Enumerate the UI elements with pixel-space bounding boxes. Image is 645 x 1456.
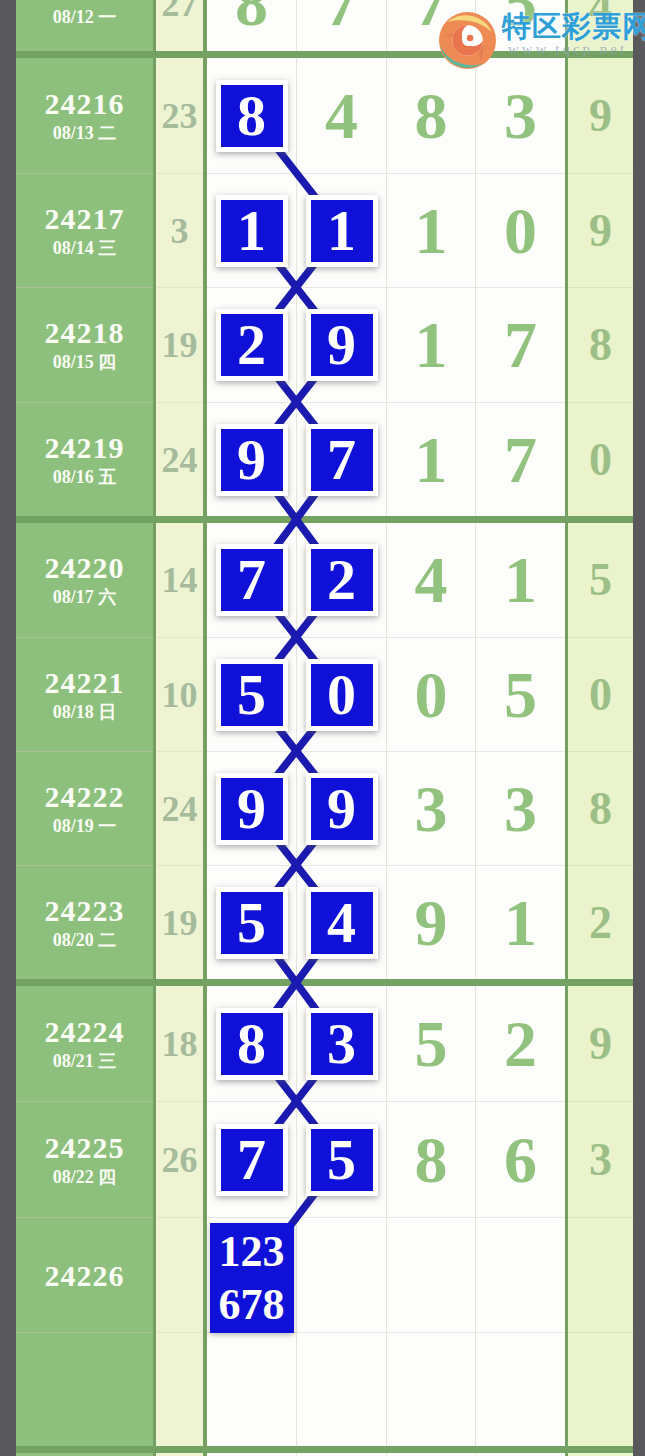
digit-cell: [386, 1332, 475, 1446]
site-logo-swirl-icon: [439, 12, 496, 69]
digit-cell: 1: [386, 173, 475, 287]
digit-value: 7: [504, 312, 537, 378]
highlight-box: 5: [216, 887, 288, 959]
trend-row: 2422408/21 三1883529: [16, 986, 633, 1101]
digit-cell: 8: [386, 1101, 475, 1217]
draw-number: 24226: [45, 1259, 125, 1293]
digit-value: 5: [415, 1011, 448, 1077]
sum-value: 24: [162, 791, 198, 827]
sum-cell: 14: [156, 523, 203, 637]
highlight-box: 9: [216, 773, 288, 845]
tail-value: 8: [589, 322, 612, 368]
trend-row: 2422008/17 六1472415: [16, 523, 633, 637]
digit-value: 3: [504, 83, 537, 149]
digit-cell: 7: [296, 0, 386, 51]
sum-cell: 27: [156, 0, 203, 51]
sum-cell: 19: [156, 865, 203, 979]
digit-cell: 5: [296, 1101, 386, 1217]
highlight-box: 9: [306, 309, 378, 381]
site-logo-title: 特区彩票网: [502, 10, 645, 42]
period-cell: 2421908/16 五: [16, 402, 153, 516]
digit-cell: 0: [296, 637, 386, 751]
digit-cell: 9: [207, 751, 296, 865]
digit-cell: 7: [475, 287, 565, 402]
sum-value: 23: [162, 98, 198, 134]
trend-row: 2421708/14 三311109: [16, 173, 633, 287]
tail-cell: 5: [568, 523, 633, 637]
sum-cell: 24: [156, 751, 203, 865]
trend-row: 2422308/20 二1954912: [16, 865, 633, 979]
digit-value: 1: [504, 890, 537, 956]
digit-value: 1: [504, 547, 537, 613]
group-divider: [16, 1446, 633, 1453]
digit-cell: [296, 1217, 386, 1333]
trend-row: 2421608/13 二2384839: [16, 58, 633, 173]
tail-cell: 0: [568, 637, 633, 751]
highlight-box: 1: [306, 195, 378, 267]
digit-cell: [475, 1332, 565, 1446]
highlight-box: 3: [306, 1008, 378, 1080]
sum-value: 18: [162, 1026, 198, 1062]
sum-cell: 18: [156, 986, 203, 1101]
digit-cell: 3: [296, 986, 386, 1101]
sum-cell: 24: [156, 402, 203, 516]
tail-cell: 8: [568, 287, 633, 402]
tail-cell: 3: [568, 1101, 633, 1217]
highlight-box: 5: [216, 659, 288, 731]
digit-cell: 2: [207, 287, 296, 402]
digit-cell: [386, 1217, 475, 1333]
trend-row: 2421808/15 四1929178: [16, 287, 633, 402]
draw-number: 24225: [45, 1131, 125, 1165]
digit-cell: 8: [207, 986, 296, 1101]
highlight-box: 0: [306, 659, 378, 731]
tail-value: 9: [589, 93, 612, 139]
site-logo-url: www.tqcp.net: [502, 41, 645, 58]
tail-value: 5: [589, 557, 612, 603]
trend-row: 2422508/22 四2675863: [16, 1101, 633, 1217]
digit-cell: 5: [475, 637, 565, 751]
highlight-box: 9: [306, 773, 378, 845]
draw-date: 08/21 三: [53, 1049, 117, 1073]
digit-value: 1: [415, 198, 448, 264]
digit-cell: 5: [386, 986, 475, 1101]
trend-row: 2422108/18 日1050050: [16, 637, 633, 751]
digit-value: 8: [415, 83, 448, 149]
sum-value: 24: [162, 442, 198, 478]
highlight-box: 7: [216, 544, 288, 616]
period-cell: 2422408/21 三: [16, 986, 153, 1101]
digit-value: 5: [504, 662, 537, 728]
trend-row: 2422208/19 一2499338: [16, 751, 633, 865]
sum-cell: 19: [156, 287, 203, 402]
digit-cell: 7: [207, 523, 296, 637]
digit-cell: 9: [296, 751, 386, 865]
digit-value: 7: [325, 0, 358, 36]
digit-value: 9: [415, 890, 448, 956]
site-logo[interactable]: 特区彩票网 www.tqcp.net: [439, 10, 645, 69]
digit-cell: 2: [475, 986, 565, 1101]
digit-value: 4: [415, 547, 448, 613]
tail-value: 8: [589, 786, 612, 832]
digit-cell: [475, 1217, 565, 1333]
sum-cell: 26: [156, 1101, 203, 1217]
draw-date: 08/15 四: [53, 350, 117, 374]
trend-table: 08/12 一27877542421608/13 二23848392421708…: [16, 0, 633, 1456]
sum-value: 14: [162, 562, 198, 598]
digit-cell: [296, 1332, 386, 1446]
highlight-box: 4: [306, 887, 378, 959]
highlight-box: 8: [216, 80, 288, 152]
digit-cell: 0: [475, 173, 565, 287]
tail-cell: [568, 1332, 633, 1446]
group-divider: [16, 516, 633, 523]
draw-date: 08/17 六: [53, 585, 117, 609]
period-cell: 2421808/15 四: [16, 287, 153, 402]
draw-number: 24224: [45, 1015, 125, 1049]
sum-value: 19: [162, 905, 198, 941]
draw-date: 08/20 二: [53, 928, 117, 952]
draw-date: 08/18 日: [53, 700, 117, 724]
period-cell: 2422208/19 一: [16, 751, 153, 865]
highlight-box: 5: [306, 1124, 378, 1196]
draw-number: 24221: [45, 666, 125, 700]
highlight-box: 2: [306, 544, 378, 616]
digit-cell: 1: [475, 865, 565, 979]
tail-cell: 9: [568, 173, 633, 287]
highlight-box: 8: [216, 1008, 288, 1080]
digit-value: 1: [415, 427, 448, 493]
digit-value: 4: [325, 83, 358, 149]
highlight-box: 7: [306, 424, 378, 496]
tail-cell: 2: [568, 865, 633, 979]
sum-value: 26: [162, 1142, 198, 1178]
group-divider: [16, 979, 633, 986]
highlight-box: 2: [216, 309, 288, 381]
digit-cell: 3: [386, 751, 475, 865]
digit-value: 3: [415, 776, 448, 842]
digit-value: 2: [504, 1011, 537, 1077]
tail-cell: 9: [568, 986, 633, 1101]
period-cell: 24226: [16, 1217, 153, 1333]
sum-cell: [156, 1217, 203, 1333]
period-cell: 2422008/17 六: [16, 523, 153, 637]
draw-date: 08/19 一: [53, 814, 117, 838]
digit-value: 8: [235, 0, 268, 36]
trend-row: [16, 1332, 633, 1446]
draw-date: 08/12 一: [53, 5, 117, 29]
sum-value: 10: [162, 677, 198, 713]
digit-cell: 1: [475, 523, 565, 637]
highlight-box: 7: [216, 1124, 288, 1196]
draw-date: 08/22 四: [53, 1165, 117, 1189]
period-cell: 08/12 一: [16, 0, 153, 51]
draw-number: 24222: [45, 780, 125, 814]
draw-date: 08/16 五: [53, 465, 117, 489]
draw-date: 08/14 三: [53, 236, 117, 260]
digit-cell: 4: [386, 523, 475, 637]
trend-row: 2421908/16 五2497170: [16, 402, 633, 516]
digit-cell: 6: [475, 1101, 565, 1217]
sum-cell: [156, 1332, 203, 1446]
lottery-trend-chart: 08/12 一27877542421608/13 二23848392421708…: [0, 0, 645, 1456]
digit-cell: 1: [386, 402, 475, 516]
digit-cell: 7: [207, 1101, 296, 1217]
digit-cell: 1: [386, 287, 475, 402]
digit-value: 0: [415, 662, 448, 728]
tail-cell: 9: [568, 58, 633, 173]
digit-cell: 3: [475, 751, 565, 865]
prediction-box: 123678: [210, 1223, 294, 1333]
digit-cell: 9: [296, 287, 386, 402]
tail-cell: [568, 1217, 633, 1333]
digit-value: 1: [415, 312, 448, 378]
digit-cell: 7: [475, 402, 565, 516]
tail-value: 3: [589, 1137, 612, 1183]
digit-cell: 3: [475, 58, 565, 173]
tail-value: 0: [589, 437, 612, 483]
digit-cell: 8: [386, 58, 475, 173]
digit-cell: 0: [386, 637, 475, 751]
draw-number: 24220: [45, 551, 125, 585]
digit-value: 0: [504, 198, 537, 264]
tail-value: 9: [589, 208, 612, 254]
digit-value: 3: [504, 776, 537, 842]
digit-cell: 1: [296, 173, 386, 287]
period-cell: [16, 1332, 153, 1446]
digit-cell: 123678: [207, 1217, 296, 1333]
tail-value: 2: [589, 900, 612, 946]
period-cell: 2421608/13 二: [16, 58, 153, 173]
digit-value: 6: [504, 1127, 537, 1193]
sum-cell: 3: [156, 173, 203, 287]
draw-number: 24218: [45, 316, 125, 350]
trend-row: 24226123678: [16, 1217, 633, 1332]
digit-cell: 9: [207, 402, 296, 516]
tail-value: 0: [589, 672, 612, 718]
digit-value: 7: [504, 427, 537, 493]
digit-cell: 9: [386, 865, 475, 979]
digit-cell: 8: [207, 0, 296, 51]
digit-value: 8: [415, 1127, 448, 1193]
digit-cell: 4: [296, 58, 386, 173]
tail-value: 9: [589, 1021, 612, 1067]
tail-cell: 8: [568, 751, 633, 865]
digit-cell: 8: [207, 58, 296, 173]
draw-number: 24217: [45, 202, 125, 236]
sum-value: 3: [171, 213, 189, 249]
highlight-box: 9: [216, 424, 288, 496]
digit-cell: 4: [296, 865, 386, 979]
draw-number: 24216: [45, 87, 125, 121]
sum-cell: 10: [156, 637, 203, 751]
sum-value: 19: [162, 327, 198, 363]
tail-cell: 0: [568, 402, 633, 516]
digit-cell: 1: [207, 173, 296, 287]
draw-number: 24223: [45, 894, 125, 928]
period-cell: 2422108/18 日: [16, 637, 153, 751]
digit-cell: 5: [207, 865, 296, 979]
sum-value: 27: [162, 0, 198, 22]
period-cell: 2422308/20 二: [16, 865, 153, 979]
highlight-box: 1: [216, 195, 288, 267]
digit-cell: 2: [296, 523, 386, 637]
draw-date: 08/13 二: [53, 121, 117, 145]
draw-number: 24219: [45, 431, 125, 465]
period-cell: 2421708/14 三: [16, 173, 153, 287]
digit-cell: 7: [296, 402, 386, 516]
period-cell: 2422508/22 四: [16, 1101, 153, 1217]
digit-cell: [207, 1332, 296, 1446]
sum-cell: 23: [156, 58, 203, 173]
digit-cell: 5: [207, 637, 296, 751]
